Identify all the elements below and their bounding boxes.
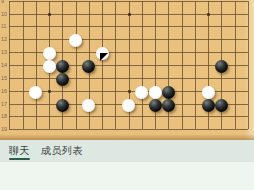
app-screen: 910111213141516171819 聊天 成员列表: [0, 0, 254, 190]
black-stone: [162, 99, 175, 112]
row-label: 13: [1, 49, 8, 55]
white-stone: [122, 99, 135, 112]
white-stone: [43, 47, 56, 60]
row-label: 11: [1, 23, 8, 29]
tab-bar: 聊天 成员列表: [0, 140, 254, 162]
black-stone: [56, 73, 69, 86]
tab-member-list[interactable]: 成员列表: [41, 140, 83, 162]
white-stone: [135, 86, 148, 99]
star-point: [48, 13, 51, 16]
star-point: [48, 90, 51, 93]
star-point: [207, 13, 210, 16]
white-stone: [202, 86, 215, 99]
grid-line: [248, 1, 249, 130]
grid-line: [9, 116, 248, 117]
white-stone: [29, 86, 42, 99]
grid-line: [9, 78, 248, 79]
black-stone: [215, 99, 228, 112]
star-point: [128, 13, 131, 16]
black-stone: [215, 60, 228, 73]
grid-line: [9, 129, 248, 130]
row-label: 17: [1, 101, 8, 107]
row-label: 9: [1, 0, 8, 4]
tab-chat-label: 聊天: [9, 144, 30, 158]
black-stone: [56, 99, 69, 112]
black-stone: [82, 60, 95, 73]
row-label: 19: [1, 126, 8, 132]
black-stone: [56, 60, 69, 73]
row-label: 15: [1, 75, 8, 81]
grid-line: [9, 39, 248, 40]
go-board[interactable]: 910111213141516171819: [0, 0, 254, 140]
black-stone: [162, 86, 175, 99]
row-label: 18: [1, 113, 8, 119]
tab-chat[interactable]: 聊天: [9, 140, 30, 162]
last-move-marker: [100, 53, 108, 61]
tab-member-list-label: 成员列表: [41, 144, 83, 158]
white-stone: [149, 86, 162, 99]
row-label: 12: [1, 36, 8, 42]
white-stone: [82, 99, 95, 112]
row-label: 10: [1, 11, 8, 17]
star-point: [128, 90, 131, 93]
row-label: 16: [1, 88, 8, 94]
grid-line: [9, 1, 248, 2]
grid-line: [9, 26, 248, 27]
chat-panel: [0, 162, 254, 190]
white-stone: [69, 34, 82, 47]
row-label: 14: [1, 62, 8, 68]
black-stone: [149, 99, 162, 112]
black-stone: [202, 99, 215, 112]
white-stone: [43, 60, 56, 73]
active-tab-underline: [9, 158, 30, 161]
